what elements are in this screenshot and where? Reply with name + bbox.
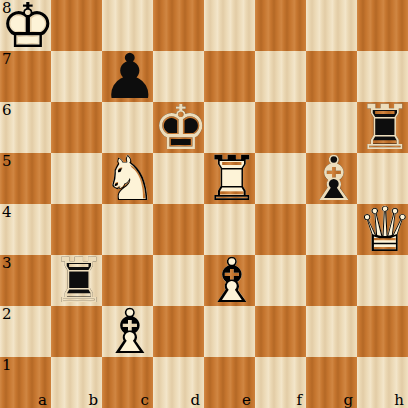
square-g3[interactable] [306, 255, 357, 306]
rank-label-1: 1 [2, 357, 12, 373]
file-label-g: g [343, 392, 353, 408]
white-bishop-outline-glyph: ♗ [204, 255, 255, 306]
black-bishop-outline-glyph: ♗ [306, 153, 357, 204]
square-f8[interactable] [255, 0, 306, 51]
file-label-h: h [394, 392, 404, 408]
square-f3[interactable] [255, 255, 306, 306]
white-queen-outline-glyph: ♕ [357, 204, 408, 255]
rank-label-7: 7 [2, 51, 12, 67]
white-queen[interactable]: ♛♕ [357, 204, 408, 255]
square-d1[interactable]: d [153, 357, 204, 408]
square-f1[interactable]: f [255, 357, 306, 408]
white-rook[interactable]: ♜♖ [204, 153, 255, 204]
black-pawn[interactable]: ♟ [102, 51, 153, 102]
file-label-f: f [296, 392, 302, 408]
file-label-c: c [141, 392, 149, 408]
square-e3[interactable]: ♝♗ [204, 255, 255, 306]
file-label-a: a [38, 392, 47, 408]
file-label-e: e [242, 392, 251, 408]
black-rook[interactable]: ♜♖ [51, 255, 102, 306]
square-a8[interactable]: 8♚♔ [0, 0, 51, 51]
white-knight[interactable]: ♞♘ [102, 153, 153, 204]
black-rook-outline-glyph: ♖ [357, 102, 408, 153]
rank-label-4: 4 [2, 204, 12, 220]
square-d6[interactable]: ♚♔ [153, 102, 204, 153]
chess-board: 8♚♔7♟6♚♔♜♖5♞♘♜♖♝♗4♛♕3♜♖♝♗2♝♗1abcdefgh [0, 0, 408, 408]
rank-label-3: 3 [2, 255, 12, 271]
square-c4[interactable] [102, 204, 153, 255]
white-rook-outline-glyph: ♖ [204, 153, 255, 204]
square-h2[interactable] [357, 306, 408, 357]
white-king[interactable]: ♚♔ [0, 0, 51, 51]
square-f5[interactable] [255, 153, 306, 204]
rank-label-5: 5 [2, 153, 12, 169]
square-c5[interactable]: ♞♘ [102, 153, 153, 204]
square-b3[interactable]: ♜♖ [51, 255, 102, 306]
square-c2[interactable]: ♝♗ [102, 306, 153, 357]
square-c1[interactable]: c [102, 357, 153, 408]
black-rook-outline-glyph: ♖ [51, 255, 102, 306]
square-g2[interactable] [306, 306, 357, 357]
square-c7[interactable]: ♟ [102, 51, 153, 102]
square-d8[interactable] [153, 0, 204, 51]
rank-label-2: 2 [2, 306, 12, 322]
square-h4[interactable]: ♛♕ [357, 204, 408, 255]
white-bishop[interactable]: ♝♗ [204, 255, 255, 306]
square-b7[interactable] [51, 51, 102, 102]
black-king-outline-glyph: ♔ [153, 102, 204, 153]
square-e1[interactable]: e [204, 357, 255, 408]
square-e2[interactable] [204, 306, 255, 357]
black-king[interactable]: ♚♔ [153, 102, 204, 153]
square-g7[interactable] [306, 51, 357, 102]
black-rook[interactable]: ♜♖ [357, 102, 408, 153]
square-h1[interactable]: h [357, 357, 408, 408]
square-g1[interactable]: g [306, 357, 357, 408]
rank-label-6: 6 [2, 102, 12, 118]
square-a5[interactable]: 5 [0, 153, 51, 204]
square-b1[interactable]: b [51, 357, 102, 408]
square-a7[interactable]: 7 [0, 51, 51, 102]
square-e5[interactable]: ♜♖ [204, 153, 255, 204]
square-d2[interactable] [153, 306, 204, 357]
square-h3[interactable] [357, 255, 408, 306]
square-b2[interactable] [51, 306, 102, 357]
file-label-d: d [190, 392, 200, 408]
square-g5[interactable]: ♝♗ [306, 153, 357, 204]
square-d3[interactable] [153, 255, 204, 306]
square-b5[interactable] [51, 153, 102, 204]
square-b6[interactable] [51, 102, 102, 153]
square-g4[interactable] [306, 204, 357, 255]
black-bishop[interactable]: ♝♗ [306, 153, 357, 204]
square-e8[interactable] [204, 0, 255, 51]
square-f7[interactable] [255, 51, 306, 102]
square-e7[interactable] [204, 51, 255, 102]
black-pawn-fill-glyph: ♟ [102, 51, 153, 102]
file-label-b: b [88, 392, 98, 408]
square-f6[interactable] [255, 102, 306, 153]
square-f2[interactable] [255, 306, 306, 357]
square-b8[interactable] [51, 0, 102, 51]
square-a3[interactable]: 3 [0, 255, 51, 306]
square-a1[interactable]: 1a [0, 357, 51, 408]
white-knight-outline-glyph: ♘ [102, 153, 153, 204]
white-king-outline-glyph: ♔ [0, 0, 51, 51]
square-d4[interactable] [153, 204, 204, 255]
square-a4[interactable]: 4 [0, 204, 51, 255]
square-a6[interactable]: 6 [0, 102, 51, 153]
white-bishop-outline-glyph: ♗ [102, 306, 153, 357]
square-h6[interactable]: ♜♖ [357, 102, 408, 153]
square-d5[interactable] [153, 153, 204, 204]
square-a2[interactable]: 2 [0, 306, 51, 357]
square-f4[interactable] [255, 204, 306, 255]
square-h8[interactable] [357, 0, 408, 51]
white-bishop[interactable]: ♝♗ [102, 306, 153, 357]
square-g8[interactable] [306, 0, 357, 51]
